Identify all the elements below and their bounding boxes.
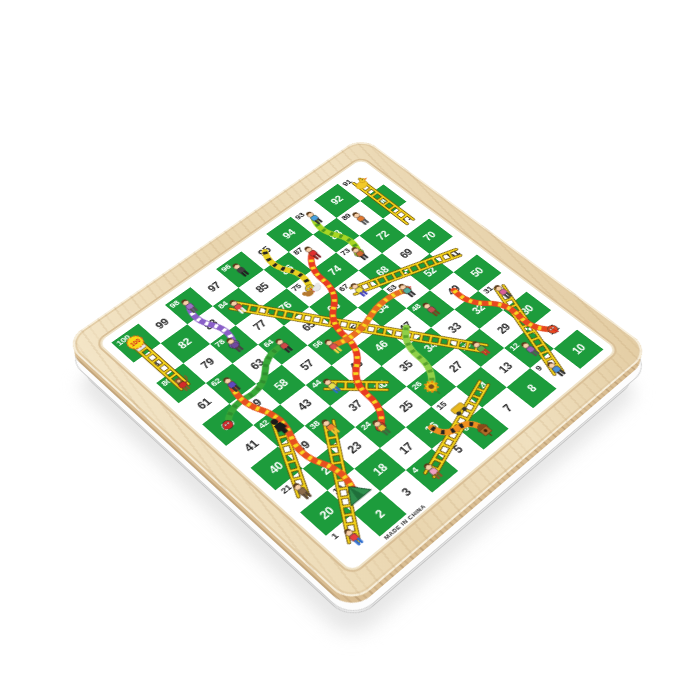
- ladder-9-31: [469, 284, 588, 376]
- board-overlay: 100: [111, 167, 603, 559]
- kid-icon: [470, 340, 490, 355]
- monkey-icon: [173, 374, 195, 392]
- lid-top: 1009998979695949392918182838485868788899…: [63, 136, 651, 606]
- kid-icon: [322, 377, 341, 393]
- product-photo-scene: 1009998979695949392918182838485868788899…: [0, 0, 700, 700]
- sunflower-icon: [423, 380, 445, 397]
- kid-icon: [231, 262, 249, 276]
- ladder-51-67: [349, 229, 462, 315]
- board-print: 1009998979695949392918182838485868788899…: [99, 159, 617, 572]
- snake-49-11: [454, 270, 561, 352]
- kid-icon: [351, 211, 369, 225]
- tent-icon: [339, 479, 372, 506]
- snake-64-60: [199, 345, 311, 432]
- kid-icon: [421, 301, 440, 316]
